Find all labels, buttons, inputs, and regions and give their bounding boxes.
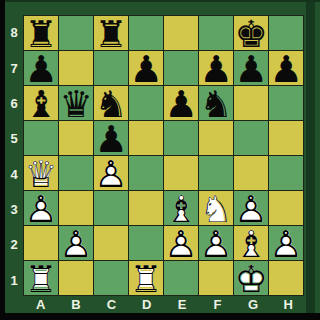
square-e6[interactable]: ♟ <box>164 86 198 120</box>
piece-black-rook[interactable]: ♜ <box>24 16 58 50</box>
file-label-d: D <box>129 296 164 313</box>
piece-white-pawn[interactable]: ♟♙ <box>199 226 233 260</box>
square-a5[interactable] <box>24 121 58 155</box>
square-e5[interactable] <box>164 121 198 155</box>
square-c6[interactable]: ♞ <box>94 86 128 120</box>
square-e3[interactable]: ♝♗ <box>164 191 198 225</box>
square-c3[interactable] <box>94 191 128 225</box>
square-d6[interactable] <box>129 86 163 120</box>
piece-white-pawn[interactable]: ♟♙ <box>164 226 198 260</box>
square-c1[interactable] <box>94 261 128 295</box>
piece-black-pawn[interactable]: ♟ <box>269 51 303 85</box>
square-c4[interactable]: ♟♙ <box>94 156 128 190</box>
file-label-g: G <box>235 296 270 313</box>
square-c7[interactable] <box>94 51 128 85</box>
black-king-icon: ♚ <box>234 17 268 51</box>
square-f5[interactable] <box>199 121 233 155</box>
square-f2[interactable]: ♟♙ <box>199 226 233 260</box>
chess-board: ♜♜♚♟♟♟♟♟♝♛♞♟♞♟♛♕♟♙♟♙♝♗♞♘♟♙♟♙♟♙♟♙♝♗♟♙♜♖♜♖… <box>23 15 304 296</box>
rank-label-2: 2 <box>5 227 23 262</box>
square-h6[interactable] <box>269 86 303 120</box>
square-g1[interactable]: ♚♔ <box>234 261 268 295</box>
white-pawn-outline-icon: ♙ <box>24 192 58 226</box>
square-d5[interactable] <box>129 121 163 155</box>
white-bishop-outline-icon: ♗ <box>164 192 198 226</box>
rank-label-4: 4 <box>5 157 23 192</box>
square-a2[interactable] <box>24 226 58 260</box>
square-a3[interactable]: ♟♙ <box>24 191 58 225</box>
black-knight-icon: ♞ <box>199 87 233 121</box>
black-pawn-icon: ♟ <box>269 52 303 86</box>
piece-black-pawn[interactable]: ♟ <box>234 51 268 85</box>
rank-label-8: 8 <box>5 15 23 50</box>
piece-black-pawn[interactable]: ♟ <box>164 86 198 120</box>
file-label-a: A <box>23 296 58 313</box>
piece-white-pawn[interactable]: ♟♙ <box>269 226 303 260</box>
piece-white-knight[interactable]: ♞♘ <box>199 191 233 225</box>
file-labels: ABCDEFGH <box>23 296 306 313</box>
black-rook-icon: ♜ <box>24 17 58 51</box>
square-f6[interactable]: ♞ <box>199 86 233 120</box>
white-king-outline-icon: ♔ <box>234 262 268 296</box>
square-h2[interactable]: ♟♙ <box>269 226 303 260</box>
square-h8[interactable] <box>269 16 303 50</box>
white-queen-outline-icon: ♕ <box>24 157 58 191</box>
square-d4[interactable] <box>129 156 163 190</box>
piece-white-queen[interactable]: ♛♕ <box>24 156 58 190</box>
black-knight-icon: ♞ <box>94 87 128 121</box>
square-b8[interactable] <box>59 16 93 50</box>
square-d8[interactable] <box>129 16 163 50</box>
piece-white-pawn[interactable]: ♟♙ <box>24 191 58 225</box>
square-b7[interactable] <box>59 51 93 85</box>
square-b5[interactable] <box>59 121 93 155</box>
square-f8[interactable] <box>199 16 233 50</box>
square-c2[interactable] <box>94 226 128 260</box>
rank-label-5: 5 <box>5 121 23 156</box>
white-pawn-outline-icon: ♙ <box>269 227 303 261</box>
piece-white-pawn[interactable]: ♟♙ <box>234 191 268 225</box>
square-c8[interactable]: ♜ <box>94 16 128 50</box>
square-h7[interactable]: ♟ <box>269 51 303 85</box>
piece-black-rook[interactable]: ♜ <box>94 16 128 50</box>
file-label-f: F <box>200 296 235 313</box>
white-bishop-outline-icon: ♗ <box>234 227 268 261</box>
black-bishop-icon: ♝ <box>24 87 58 121</box>
white-rook-outline-icon: ♖ <box>129 262 163 296</box>
rank-label-1: 1 <box>5 263 23 298</box>
piece-black-pawn[interactable]: ♟ <box>24 51 58 85</box>
square-a8[interactable]: ♜ <box>24 16 58 50</box>
square-e2[interactable]: ♟♙ <box>164 226 198 260</box>
square-g8[interactable]: ♚ <box>234 16 268 50</box>
square-a1[interactable]: ♜♖ <box>24 261 58 295</box>
square-b2[interactable]: ♟♙ <box>59 226 93 260</box>
rank-labels: 87654321 <box>5 15 23 298</box>
board-frame: 87654321 ♜♜♚♟♟♟♟♟♝♛♞♟♞♟♛♕♟♙♟♙♝♗♞♘♟♙♟♙♟♙♟… <box>0 0 320 320</box>
white-pawn-outline-icon: ♙ <box>94 157 128 191</box>
piece-black-queen[interactable]: ♛ <box>59 86 93 120</box>
piece-white-bishop[interactable]: ♝♗ <box>234 226 268 260</box>
black-pawn-icon: ♟ <box>199 52 233 86</box>
square-f1[interactable] <box>199 261 233 295</box>
piece-white-rook[interactable]: ♜♖ <box>24 261 58 295</box>
square-g3[interactable]: ♟♙ <box>234 191 268 225</box>
piece-white-rook[interactable]: ♜♖ <box>129 261 163 295</box>
square-d1[interactable]: ♜♖ <box>129 261 163 295</box>
black-pawn-icon: ♟ <box>24 52 58 86</box>
rank-label-6: 6 <box>5 86 23 121</box>
frame-bottom-edge <box>0 313 320 320</box>
square-d7[interactable]: ♟ <box>129 51 163 85</box>
white-pawn-outline-icon: ♙ <box>164 227 198 261</box>
white-pawn-outline-icon: ♙ <box>199 227 233 261</box>
square-e4[interactable] <box>164 156 198 190</box>
square-f7[interactable]: ♟ <box>199 51 233 85</box>
square-h3[interactable] <box>269 191 303 225</box>
file-label-h: H <box>271 296 306 313</box>
piece-white-pawn[interactable]: ♟♙ <box>59 226 93 260</box>
square-b6[interactable]: ♛ <box>59 86 93 120</box>
piece-black-pawn[interactable]: ♟ <box>199 51 233 85</box>
piece-black-knight[interactable]: ♞ <box>199 86 233 120</box>
rank-label-7: 7 <box>5 50 23 85</box>
frame-top-edge <box>0 0 320 2</box>
square-f3[interactable]: ♞♘ <box>199 191 233 225</box>
square-g7[interactable]: ♟ <box>234 51 268 85</box>
piece-black-bishop[interactable]: ♝ <box>24 86 58 120</box>
square-h4[interactable] <box>269 156 303 190</box>
file-label-c: C <box>94 296 129 313</box>
square-b1[interactable] <box>59 261 93 295</box>
square-b4[interactable] <box>59 156 93 190</box>
square-b3[interactable] <box>59 191 93 225</box>
square-a7[interactable]: ♟ <box>24 51 58 85</box>
piece-black-pawn[interactable]: ♟ <box>94 121 128 155</box>
square-g2[interactable]: ♝♗ <box>234 226 268 260</box>
piece-black-pawn[interactable]: ♟ <box>129 51 163 85</box>
square-g6[interactable] <box>234 86 268 120</box>
piece-black-knight[interactable]: ♞ <box>94 86 128 120</box>
square-e7[interactable] <box>164 51 198 85</box>
white-rook-outline-icon: ♖ <box>24 262 58 296</box>
piece-white-pawn[interactable]: ♟♙ <box>94 156 128 190</box>
square-c5[interactable]: ♟ <box>94 121 128 155</box>
white-pawn-outline-icon: ♙ <box>59 227 93 261</box>
black-pawn-icon: ♟ <box>164 87 198 121</box>
square-a4[interactable]: ♛♕ <box>24 156 58 190</box>
black-pawn-icon: ♟ <box>129 52 163 86</box>
square-h5[interactable] <box>269 121 303 155</box>
piece-white-bishop[interactable]: ♝♗ <box>164 191 198 225</box>
piece-black-king[interactable]: ♚ <box>234 16 268 50</box>
square-g4[interactable] <box>234 156 268 190</box>
file-label-b: B <box>58 296 93 313</box>
square-e1[interactable] <box>164 261 198 295</box>
square-d3[interactable] <box>129 191 163 225</box>
black-pawn-icon: ♟ <box>94 122 128 156</box>
white-knight-outline-icon: ♘ <box>199 192 233 226</box>
square-f4[interactable] <box>199 156 233 190</box>
black-pawn-icon: ♟ <box>234 52 268 86</box>
frame-right-shadow <box>306 2 315 313</box>
black-rook-icon: ♜ <box>94 17 128 51</box>
square-h1[interactable] <box>269 261 303 295</box>
black-queen-icon: ♛ <box>59 87 93 121</box>
square-g5[interactable] <box>234 121 268 155</box>
square-d2[interactable] <box>129 226 163 260</box>
piece-white-king[interactable]: ♚♔ <box>234 261 268 295</box>
rank-label-3: 3 <box>5 192 23 227</box>
square-e8[interactable] <box>164 16 198 50</box>
file-label-e: E <box>165 296 200 313</box>
square-a6[interactable]: ♝ <box>24 86 58 120</box>
white-pawn-outline-icon: ♙ <box>234 192 268 226</box>
